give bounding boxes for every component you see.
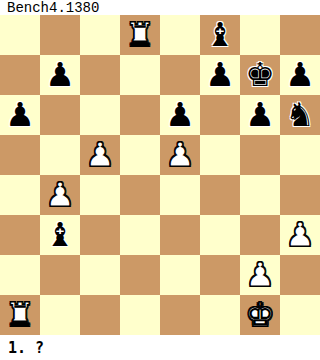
square-b1[interactable] (40, 295, 80, 335)
square-a5[interactable] (0, 135, 40, 175)
square-d2[interactable] (120, 255, 160, 295)
square-h8[interactable] (280, 15, 320, 55)
square-b8[interactable] (40, 15, 80, 55)
square-a6[interactable]: ♟ (0, 95, 40, 135)
square-f5[interactable] (200, 135, 240, 175)
black-pawn[interactable]: ♟ (205, 55, 235, 95)
square-d6[interactable] (120, 95, 160, 135)
square-c4[interactable] (80, 175, 120, 215)
black-pawn[interactable]: ♟ (5, 95, 35, 135)
chess-board: ♜♝♟♟♚♟♟♟♟♞♟♟♟♝♟♟♜♚ (0, 15, 320, 335)
square-f6[interactable] (200, 95, 240, 135)
square-b5[interactable] (40, 135, 80, 175)
square-f3[interactable] (200, 215, 240, 255)
move-prompt: 1. ? (8, 339, 44, 357)
square-a7[interactable] (0, 55, 40, 95)
square-e5[interactable]: ♟ (160, 135, 200, 175)
square-d7[interactable] (120, 55, 160, 95)
white-rook[interactable]: ♜ (125, 15, 155, 55)
black-pawn[interactable]: ♟ (165, 95, 195, 135)
square-d5[interactable] (120, 135, 160, 175)
square-b2[interactable] (40, 255, 80, 295)
square-h6[interactable]: ♞ (280, 95, 320, 135)
square-c8[interactable] (80, 15, 120, 55)
square-f2[interactable] (200, 255, 240, 295)
black-pawn[interactable]: ♟ (245, 95, 275, 135)
square-b3[interactable]: ♝ (40, 215, 80, 255)
square-a2[interactable] (0, 255, 40, 295)
black-pawn[interactable]: ♟ (45, 55, 75, 95)
square-e2[interactable] (160, 255, 200, 295)
square-e8[interactable] (160, 15, 200, 55)
black-pawn[interactable]: ♟ (285, 55, 315, 95)
square-g3[interactable] (240, 215, 280, 255)
square-f4[interactable] (200, 175, 240, 215)
square-g7[interactable]: ♚ (240, 55, 280, 95)
square-e4[interactable] (160, 175, 200, 215)
square-c1[interactable] (80, 295, 120, 335)
square-g8[interactable] (240, 15, 280, 55)
square-f8[interactable]: ♝ (200, 15, 240, 55)
white-pawn[interactable]: ♟ (45, 175, 75, 215)
square-c7[interactable] (80, 55, 120, 95)
square-g5[interactable] (240, 135, 280, 175)
status-bar: 1. ? (0, 335, 320, 360)
white-pawn[interactable]: ♟ (285, 215, 315, 255)
square-c2[interactable] (80, 255, 120, 295)
black-knight[interactable]: ♞ (285, 95, 315, 135)
square-c5[interactable]: ♟ (80, 135, 120, 175)
square-e3[interactable] (160, 215, 200, 255)
square-a3[interactable] (0, 215, 40, 255)
square-d4[interactable] (120, 175, 160, 215)
square-h4[interactable] (280, 175, 320, 215)
square-h1[interactable] (280, 295, 320, 335)
square-d8[interactable]: ♜ (120, 15, 160, 55)
square-h3[interactable]: ♟ (280, 215, 320, 255)
square-e6[interactable]: ♟ (160, 95, 200, 135)
square-d3[interactable] (120, 215, 160, 255)
square-h7[interactable]: ♟ (280, 55, 320, 95)
window-title-bar: Bench4.1380 (0, 0, 320, 15)
square-a4[interactable] (0, 175, 40, 215)
white-pawn[interactable]: ♟ (245, 255, 275, 295)
square-e7[interactable] (160, 55, 200, 95)
square-c3[interactable] (80, 215, 120, 255)
square-h2[interactable] (280, 255, 320, 295)
square-a8[interactable] (0, 15, 40, 55)
square-g2[interactable]: ♟ (240, 255, 280, 295)
square-f1[interactable] (200, 295, 240, 335)
square-h5[interactable] (280, 135, 320, 175)
square-f7[interactable]: ♟ (200, 55, 240, 95)
square-e1[interactable] (160, 295, 200, 335)
white-pawn[interactable]: ♟ (165, 135, 195, 175)
square-b4[interactable]: ♟ (40, 175, 80, 215)
white-pawn[interactable]: ♟ (85, 135, 115, 175)
square-c6[interactable] (80, 95, 120, 135)
square-d1[interactable] (120, 295, 160, 335)
square-a1[interactable]: ♜ (0, 295, 40, 335)
square-g6[interactable]: ♟ (240, 95, 280, 135)
black-bishop[interactable]: ♝ (45, 215, 75, 255)
page-title: Bench4.1380 (7, 0, 99, 16)
black-bishop[interactable]: ♝ (205, 15, 235, 55)
square-g4[interactable] (240, 175, 280, 215)
white-rook[interactable]: ♜ (5, 295, 35, 335)
square-b7[interactable]: ♟ (40, 55, 80, 95)
black-king[interactable]: ♚ (245, 55, 275, 95)
square-b6[interactable] (40, 95, 80, 135)
white-king[interactable]: ♚ (245, 295, 275, 335)
square-g1[interactable]: ♚ (240, 295, 280, 335)
